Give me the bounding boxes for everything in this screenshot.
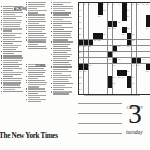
grid-cell bbox=[137, 9, 141, 15]
grid-cell bbox=[93, 46, 97, 52]
clue-number: 44 bbox=[142, 58, 144, 60]
clue-number: 2 bbox=[84, 3, 85, 5]
clue-number: 51 bbox=[127, 70, 129, 72]
clue-line bbox=[53, 37, 73, 38]
grid-cell bbox=[122, 82, 126, 88]
clue-line bbox=[26, 80, 45, 81]
clue-number: 6 bbox=[108, 3, 109, 5]
clue-line bbox=[26, 91, 46, 92]
grid-cell-black bbox=[127, 33, 131, 39]
clue-line bbox=[53, 25, 62, 26]
grid-cell: 15 bbox=[103, 9, 107, 15]
clue-line bbox=[1, 33, 22, 34]
grid-cell: 35 bbox=[84, 46, 88, 52]
clue-number: 35 bbox=[84, 45, 86, 47]
clue-line bbox=[28, 31, 42, 32]
grid-cell: 60 bbox=[132, 82, 136, 88]
grid-cell: 23 bbox=[108, 27, 112, 33]
grid-cell bbox=[113, 88, 117, 94]
grid-cell-black bbox=[122, 15, 126, 21]
grid-cell bbox=[89, 76, 93, 82]
grid-cell bbox=[103, 58, 107, 64]
clue-line bbox=[28, 44, 38, 45]
grid-cell bbox=[137, 46, 141, 52]
grid-cell: 47 bbox=[132, 64, 136, 70]
grid-cell bbox=[141, 33, 145, 39]
clue-number: 19 bbox=[127, 15, 129, 17]
grid-cell bbox=[103, 52, 107, 58]
clue-line bbox=[28, 68, 44, 69]
grid-cell bbox=[113, 33, 117, 39]
grid-cell-black bbox=[117, 70, 121, 76]
clue-line bbox=[51, 35, 71, 36]
grid-cell bbox=[113, 15, 117, 21]
clue-line bbox=[53, 56, 70, 57]
grid-cell bbox=[137, 33, 141, 39]
clue-line bbox=[51, 91, 72, 92]
clue-line bbox=[28, 78, 38, 79]
clue-line bbox=[26, 46, 46, 47]
clue-number: 13 bbox=[146, 3, 148, 5]
grid-cell bbox=[137, 21, 141, 27]
clue-line bbox=[1, 28, 22, 29]
clue-number: 47 bbox=[132, 64, 134, 66]
clue-number: 18 bbox=[98, 15, 100, 17]
clue-column-2-upper bbox=[26, 2, 47, 50]
clue-number: 5 bbox=[103, 3, 104, 5]
grid-cell bbox=[122, 52, 126, 58]
clue-line bbox=[3, 43, 13, 44]
calendar-day: 3 bbox=[127, 102, 143, 126]
clue-line bbox=[3, 49, 17, 50]
grid-cell: 27 bbox=[79, 33, 83, 39]
clue-number: 12 bbox=[142, 3, 144, 5]
grid-cell bbox=[84, 15, 88, 21]
clue-line bbox=[3, 89, 15, 90]
clue-line bbox=[1, 60, 22, 61]
grid-cell bbox=[89, 88, 93, 94]
clue-line bbox=[26, 95, 46, 96]
grid-cell: 32 bbox=[98, 40, 102, 46]
grid-cell bbox=[98, 88, 102, 94]
clue-line bbox=[51, 31, 72, 32]
clue-number: 25 bbox=[127, 27, 129, 29]
clue-line bbox=[28, 41, 46, 42]
grid-cell-black bbox=[127, 82, 131, 88]
clue-number: 34 bbox=[79, 45, 81, 47]
clue-line bbox=[1, 87, 21, 88]
grid-cell: 17 bbox=[79, 15, 83, 21]
grid-cell bbox=[132, 52, 136, 58]
grid-cell bbox=[98, 27, 102, 33]
clue-line bbox=[51, 54, 72, 55]
clue-line bbox=[53, 19, 64, 20]
clue-line bbox=[3, 14, 15, 15]
clue-number: 3 bbox=[89, 3, 90, 5]
grid-cell: 39 bbox=[79, 52, 83, 58]
clue-line bbox=[28, 84, 46, 85]
grid-cell bbox=[93, 76, 97, 82]
clue-number: 49 bbox=[79, 70, 81, 72]
clue-line bbox=[1, 24, 20, 25]
grid-cell: 9 bbox=[127, 3, 131, 9]
clue-line bbox=[1, 91, 23, 92]
grid-cell bbox=[89, 82, 93, 88]
grid-cell bbox=[137, 15, 141, 21]
clue-line bbox=[1, 51, 22, 52]
grid-cell: 2 bbox=[84, 3, 88, 9]
grid-cell bbox=[98, 46, 102, 52]
grid-cell bbox=[146, 40, 150, 46]
grid-cell bbox=[93, 21, 97, 27]
clue-number: 61 bbox=[79, 88, 81, 90]
grid-cell-black bbox=[98, 9, 102, 15]
clue-line bbox=[53, 79, 69, 80]
clue-line bbox=[51, 2, 71, 3]
grid-cell bbox=[103, 76, 107, 82]
clue-number: 38 bbox=[127, 45, 129, 47]
clue-line bbox=[3, 30, 12, 31]
grid-cell bbox=[117, 9, 121, 15]
grid-cell bbox=[141, 40, 145, 46]
clue-line bbox=[26, 14, 45, 15]
clue-line bbox=[3, 39, 15, 40]
clue-line bbox=[26, 21, 46, 22]
grid-cell: 3 bbox=[89, 3, 93, 9]
clue-number: 50 bbox=[84, 70, 86, 72]
grid-cell bbox=[137, 27, 141, 33]
clue-line bbox=[51, 77, 72, 78]
grid-cell bbox=[93, 27, 97, 33]
clue-line bbox=[53, 10, 65, 11]
grid-cell bbox=[141, 15, 145, 21]
grid-cell bbox=[117, 52, 121, 58]
clue-line bbox=[53, 62, 69, 63]
grid-cell bbox=[132, 9, 136, 15]
grid-cell: 4 bbox=[93, 3, 97, 9]
grid-cell bbox=[93, 82, 97, 88]
grid-cell bbox=[137, 40, 141, 46]
grid-cell bbox=[146, 76, 150, 82]
clue-line bbox=[3, 76, 13, 77]
grid-cell bbox=[132, 21, 136, 27]
grid-cell: 43 bbox=[117, 58, 121, 64]
grid-cell bbox=[84, 27, 88, 33]
clue-line bbox=[28, 101, 41, 102]
clue-line bbox=[3, 53, 15, 54]
grid-cell: 42 bbox=[108, 58, 112, 64]
grid-cell bbox=[137, 82, 141, 88]
clue-number: 21 bbox=[118, 21, 120, 23]
clue-line bbox=[53, 69, 68, 70]
grid-cell bbox=[146, 9, 150, 15]
grid-cell bbox=[108, 64, 112, 70]
clue-line bbox=[53, 89, 64, 90]
clue-line bbox=[51, 83, 73, 84]
clue-number: 24 bbox=[113, 27, 115, 29]
grid-cell: 50 bbox=[84, 70, 88, 76]
clue-number: 45 bbox=[89, 64, 91, 66]
grid-cell: 33 bbox=[132, 40, 136, 46]
grid-cell bbox=[137, 76, 141, 82]
grid-cell bbox=[127, 58, 131, 64]
grid-cell bbox=[146, 52, 150, 58]
clue-number: 8 bbox=[118, 3, 119, 5]
grid-cell: 41 bbox=[79, 58, 83, 64]
grid-cell-black bbox=[122, 3, 126, 9]
grid-cell bbox=[141, 64, 145, 70]
grid-cell: 7 bbox=[113, 3, 117, 9]
grid-cell bbox=[113, 70, 117, 76]
grid-cell: 48 bbox=[137, 64, 141, 70]
clue-line bbox=[53, 50, 71, 51]
grid-cell bbox=[141, 52, 145, 58]
clue-line bbox=[3, 18, 16, 19]
clue-number: 32 bbox=[98, 39, 100, 41]
clue-number: 17 bbox=[79, 15, 81, 17]
clue-line bbox=[53, 46, 68, 47]
clue-number: 7 bbox=[113, 3, 114, 5]
grid-cell bbox=[84, 88, 88, 94]
clue-line bbox=[1, 64, 22, 65]
grid-cell: 18 bbox=[98, 15, 102, 21]
grid-cell bbox=[103, 15, 107, 21]
grid-cell bbox=[117, 15, 121, 21]
clue-line bbox=[28, 23, 39, 24]
clue-line bbox=[1, 80, 21, 81]
clue-number: 42 bbox=[108, 58, 110, 60]
clue-line bbox=[51, 60, 72, 61]
clue-number: 29 bbox=[122, 33, 124, 35]
clue-number: 27 bbox=[79, 33, 81, 35]
grid-cell bbox=[113, 40, 117, 46]
grid-cell bbox=[122, 58, 126, 64]
clue-line bbox=[53, 39, 69, 40]
clue-number: 60 bbox=[132, 82, 134, 84]
clue-column-1 bbox=[1, 6, 23, 93]
grid-cell: 45 bbox=[89, 64, 93, 70]
grid-cell bbox=[108, 15, 112, 21]
clue-line bbox=[1, 72, 23, 73]
grid-cell: 53 bbox=[79, 76, 83, 82]
clue-line bbox=[51, 87, 72, 88]
clue-line bbox=[1, 37, 21, 38]
grid-cell: 57 bbox=[132, 76, 136, 82]
grid-cell: 52 bbox=[146, 70, 150, 76]
clue-line bbox=[51, 12, 71, 13]
clue-line bbox=[3, 66, 19, 67]
clue-line bbox=[26, 37, 47, 38]
grid-cell bbox=[98, 21, 102, 27]
grid-cell bbox=[132, 15, 136, 21]
clue-number: 52 bbox=[146, 70, 148, 72]
clue-number: 4 bbox=[94, 3, 95, 5]
clue-line bbox=[28, 74, 43, 75]
clue-line bbox=[26, 6, 45, 7]
grid-cell bbox=[137, 70, 141, 76]
grid-cell bbox=[132, 70, 136, 76]
grid-cell bbox=[103, 82, 107, 88]
grid-cell: 24 bbox=[113, 27, 117, 33]
grid-cell bbox=[84, 76, 88, 82]
clue-line bbox=[26, 29, 45, 30]
clue-line bbox=[28, 35, 44, 36]
grid-cell-black bbox=[137, 58, 141, 64]
grid-cell bbox=[103, 40, 107, 46]
clue-line bbox=[26, 4, 45, 5]
clue-line bbox=[26, 66, 46, 67]
clue-line bbox=[26, 88, 45, 89]
clue-line bbox=[3, 84, 21, 85]
clue-line bbox=[53, 4, 63, 5]
clue-line bbox=[51, 71, 72, 72]
grid-cell: 6 bbox=[108, 3, 112, 9]
clue-line bbox=[51, 75, 71, 76]
grid-cell-black bbox=[108, 52, 112, 58]
grid-cell: 26 bbox=[146, 27, 150, 33]
clue-line bbox=[28, 19, 45, 20]
clue-line bbox=[26, 64, 45, 65]
clue-number: 15 bbox=[103, 9, 105, 11]
grid-cell bbox=[146, 58, 150, 64]
clue-line bbox=[3, 70, 13, 71]
grid-cell-black bbox=[127, 76, 131, 82]
clue-line bbox=[1, 78, 22, 79]
grid-cell bbox=[141, 82, 145, 88]
grid-cell bbox=[89, 9, 93, 15]
clue-line bbox=[26, 27, 45, 28]
grid-cell bbox=[146, 82, 150, 88]
clue-number: 23 bbox=[108, 27, 110, 29]
grid-cell: 36 bbox=[89, 46, 93, 52]
grid-cell bbox=[89, 70, 93, 76]
clue-line bbox=[53, 93, 70, 94]
clue-number: 1 bbox=[79, 3, 80, 5]
grid-cell: 56 bbox=[122, 76, 126, 82]
grid-cell: 10 bbox=[132, 3, 136, 9]
clue-line bbox=[26, 2, 46, 3]
grid-cell bbox=[84, 82, 88, 88]
clue-number: 53 bbox=[79, 76, 81, 78]
clue-number: 57 bbox=[132, 76, 134, 78]
grid-cell: 46 bbox=[113, 64, 117, 70]
clue-number: 16 bbox=[127, 9, 129, 11]
grid-cell bbox=[117, 88, 121, 94]
grid-cell: 44 bbox=[141, 58, 145, 64]
clue-line bbox=[51, 8, 73, 9]
grid-cell: 40 bbox=[113, 52, 117, 58]
grid-cell bbox=[108, 70, 112, 76]
grid-cell bbox=[98, 52, 102, 58]
grid-cell bbox=[146, 46, 150, 52]
grid-cell bbox=[137, 88, 141, 94]
grid-cell bbox=[93, 70, 97, 76]
clue-line bbox=[1, 68, 22, 69]
clue-line bbox=[1, 16, 22, 17]
grid-cell bbox=[122, 88, 126, 94]
grid-cell: 54 bbox=[113, 76, 117, 82]
clue-line bbox=[53, 29, 64, 30]
grid-cell-black bbox=[132, 58, 136, 64]
clue-line bbox=[28, 72, 45, 73]
grid-cell bbox=[98, 82, 102, 88]
clue-line bbox=[3, 74, 21, 75]
grid-cell: 38 bbox=[127, 46, 131, 52]
clue-number: 20 bbox=[79, 21, 81, 23]
grid-cell: 49 bbox=[79, 70, 83, 76]
grid-cell bbox=[141, 76, 145, 82]
grid-cell: 21 bbox=[117, 21, 121, 27]
clue-line bbox=[28, 86, 39, 87]
clue-line bbox=[51, 6, 73, 7]
grid-cell bbox=[108, 46, 112, 52]
clue-line bbox=[1, 82, 21, 83]
grid-cell bbox=[93, 64, 97, 70]
grid-cell-black bbox=[108, 82, 112, 88]
grid-cell: 1 bbox=[79, 3, 83, 9]
grid-cell bbox=[132, 88, 136, 94]
clue-column-3 bbox=[51, 2, 73, 96]
clue-line bbox=[26, 76, 45, 77]
clue-line bbox=[26, 82, 47, 83]
clue-number: 9 bbox=[127, 3, 128, 5]
grid-cell-black bbox=[146, 64, 150, 70]
clue-line bbox=[1, 45, 21, 46]
clue-line bbox=[51, 48, 71, 49]
clue-line bbox=[51, 41, 73, 42]
grid-cell bbox=[132, 46, 136, 52]
grid-cell bbox=[141, 88, 145, 94]
grid-cell bbox=[127, 64, 131, 70]
clue-line bbox=[51, 66, 72, 67]
grid-cell bbox=[89, 27, 93, 33]
clue-number: 37 bbox=[118, 45, 120, 47]
clue-number: 58 bbox=[79, 82, 81, 84]
grid-cell bbox=[141, 9, 145, 15]
grid-cell bbox=[98, 76, 102, 82]
clue-number: 30 bbox=[132, 33, 134, 35]
clue-line bbox=[1, 22, 21, 23]
grid-cell-black bbox=[98, 3, 102, 9]
grid-cell: 29 bbox=[122, 33, 126, 39]
clue-line bbox=[26, 17, 45, 18]
clue-line bbox=[3, 8, 14, 9]
grid-cell bbox=[141, 46, 145, 52]
grid-cell bbox=[137, 52, 141, 58]
grid-cell bbox=[108, 40, 112, 46]
crossword-grid: 1234567891011121314151617181920212223242… bbox=[78, 2, 150, 95]
clue-column-2-lower bbox=[26, 64, 47, 103]
clue-line bbox=[26, 25, 45, 26]
clue-number: 55 bbox=[118, 76, 120, 78]
clue-number: 14 bbox=[79, 9, 81, 11]
grid-cell bbox=[127, 52, 131, 58]
grid-cell bbox=[108, 88, 112, 94]
clue-number: 36 bbox=[89, 45, 91, 47]
clue-line bbox=[3, 47, 18, 48]
grid-cell: 8 bbox=[117, 3, 121, 9]
grid-cell bbox=[122, 40, 126, 46]
grid-cell bbox=[84, 9, 88, 15]
clue-line bbox=[1, 6, 23, 7]
grid-cell bbox=[89, 52, 93, 58]
clue-number: 40 bbox=[113, 51, 115, 53]
clue-line bbox=[53, 44, 70, 45]
grid-cell bbox=[93, 88, 97, 94]
grid-cell bbox=[89, 21, 93, 27]
clue-number: 10 bbox=[132, 3, 134, 5]
grid-cell bbox=[103, 64, 107, 70]
